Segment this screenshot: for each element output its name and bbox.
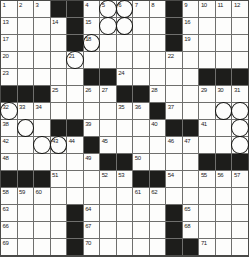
cell-r9c9[interactable] [133,137,149,153]
clue-number-19: 19 [184,36,190,42]
clue-number-21: 21 [69,53,75,59]
clue-number-26: 26 [85,87,91,93]
cell-r5c1[interactable]: 23 [1,69,17,85]
block-cell-r3c5 [67,35,83,51]
cell-r8c3[interactable] [34,120,50,136]
clue-number-5: 5 [102,2,105,8]
cell-r7c5[interactable] [67,103,83,119]
cell-r6c6[interactable]: 26 [84,86,100,102]
cell-r8c13[interactable]: 41 [199,120,215,136]
cell-r7c9[interactable]: 36 [133,103,149,119]
block-cell-r2c11 [166,18,182,34]
clue-number-24: 24 [118,70,124,76]
clue-number-39: 39 [85,121,91,127]
cell-r14c2[interactable] [18,222,34,238]
cell-r3c10[interactable] [150,35,166,51]
cell-r11c8[interactable]: 53 [117,171,133,187]
clue-number-20: 20 [3,53,9,59]
clue-number-6: 6 [118,2,121,8]
cell-r9c3[interactable] [34,137,50,153]
circle-marker [231,136,249,154]
cell-r3c6[interactable]: 18 [84,35,100,51]
cell-r12c15[interactable] [232,188,248,204]
cell-r4c11[interactable]: 22 [166,52,182,68]
cell-r1c9[interactable]: 7 [133,1,149,17]
cell-r7c12[interactable] [183,103,199,119]
block-cell-r6c3 [34,86,50,102]
block-cell-r13c11 [166,205,182,221]
clue-number-7: 7 [135,2,138,8]
clue-number-8: 8 [151,2,154,8]
cell-r14c13[interactable] [199,222,215,238]
block-cell-r15c5 [67,239,83,255]
cell-r3c14[interactable] [216,35,232,51]
cell-r1c8[interactable]: 6 [117,1,133,17]
cell-r14c9[interactable] [133,222,149,238]
clue-number-12: 12 [234,2,240,8]
block-cell-r15c12 [183,239,199,255]
cell-r13c7[interactable] [100,205,116,221]
cell-r15c9[interactable] [133,239,149,255]
block-cell-r1c4 [51,1,67,17]
cell-r4c12[interactable] [183,52,199,68]
cell-r14c6[interactable]: 67 [84,222,100,238]
clue-number-23: 23 [3,70,9,76]
cell-r15c8[interactable] [117,239,133,255]
cell-r6c4[interactable]: 25 [51,86,67,102]
cell-r8c14[interactable] [216,120,232,136]
cell-r11c13[interactable]: 55 [199,171,215,187]
cell-r2c8[interactable] [117,18,133,34]
cell-r9c1[interactable]: 42 [1,137,17,153]
clue-number-37: 37 [168,104,174,110]
circle-marker [116,17,134,35]
clue-number-17: 17 [3,36,9,42]
cell-r2c13[interactable] [199,18,215,34]
clue-number-25: 25 [52,87,58,93]
cell-r2c14[interactable] [216,18,232,34]
cell-r5c4[interactable] [51,69,67,85]
block-cell-r10c7 [100,154,116,170]
cell-r5c11[interactable] [166,69,182,85]
clue-number-68: 68 [184,223,190,229]
clue-number-41: 41 [201,121,207,127]
cell-r9c13[interactable] [199,137,215,153]
cell-r2c1[interactable]: 13 [1,18,17,34]
block-cell-r8c5 [67,120,83,136]
cell-r10c4[interactable] [51,154,67,170]
cell-r4c3[interactable] [34,52,50,68]
block-cell-r15c11 [166,239,182,255]
cell-r12c1[interactable]: 58 [1,188,17,204]
cell-r6c11[interactable] [166,86,182,102]
cell-r15c14[interactable] [216,239,232,255]
cell-r9c7[interactable]: 45 [100,137,116,153]
block-cell-r8c4 [51,120,67,136]
cell-r12c6[interactable] [84,188,100,204]
clue-number-57: 57 [234,172,240,178]
cell-r9c12[interactable]: 47 [183,137,199,153]
block-cell-r10c13 [199,154,215,170]
cell-r7c1[interactable]: 32 [1,103,17,119]
block-cell-r11c1 [1,171,17,187]
circle-marker [17,119,35,137]
cell-r12c11[interactable] [166,188,182,204]
cell-r6c10[interactable]: 28 [150,86,166,102]
cell-r11c14[interactable]: 56 [216,171,232,187]
cell-r15c2[interactable] [18,239,34,255]
clue-number-43: 43 [52,138,58,144]
cell-r9c15[interactable] [232,137,248,153]
cell-r4c5[interactable]: 21 [67,52,83,68]
cell-r14c14[interactable] [216,222,232,238]
block-cell-r8c12 [183,120,199,136]
cell-r11c15[interactable]: 57 [232,171,248,187]
cell-r2c4[interactable]: 14 [51,18,67,34]
cell-r13c13[interactable] [199,205,215,221]
cell-r2c3[interactable] [34,18,50,34]
cell-r4c15[interactable] [232,52,248,68]
block-cell-r5c15 [232,69,248,85]
block-cell-r10c8 [117,154,133,170]
cell-r9c8[interactable] [117,137,133,153]
cell-r6c14[interactable]: 30 [216,86,232,102]
block-cell-r7c10 [150,103,166,119]
cell-r7c13[interactable] [199,103,215,119]
clue-number-66: 66 [3,223,9,229]
clue-number-9: 9 [184,2,187,8]
block-cell-r11c9 [133,171,149,187]
cell-r1c12[interactable]: 9 [183,1,199,17]
cell-r2c15[interactable] [232,18,248,34]
block-cell-r11c10 [150,171,166,187]
clue-number-55: 55 [201,172,207,178]
block-cell-r5c13 [199,69,215,85]
cell-r15c10[interactable] [150,239,166,255]
cell-r5c9[interactable] [133,69,149,85]
cell-r2c12[interactable]: 16 [183,18,199,34]
circle-marker [33,136,51,154]
cell-r10c2[interactable] [18,154,34,170]
cell-r3c13[interactable] [199,35,215,51]
cell-r9c10[interactable] [150,137,166,153]
clue-number-64: 64 [85,206,91,212]
cell-r11c5[interactable] [67,171,83,187]
clue-number-44: 44 [69,138,75,144]
crossword-grid: 1234567891011121314151617181920212223242… [0,0,249,257]
block-cell-r11c2 [18,171,34,187]
clue-number-61: 61 [135,189,141,195]
block-cell-r13c5 [67,205,83,221]
block-cell-r3c11 [166,35,182,51]
clue-number-48: 48 [3,155,9,161]
block-cell-r9c6 [84,137,100,153]
cell-r10c3[interactable] [34,154,50,170]
cell-r3c2[interactable] [18,35,34,51]
clue-number-35: 35 [118,104,124,110]
cell-r11c12[interactable] [183,171,199,187]
cell-r2c2[interactable] [18,18,34,34]
cell-r14c12[interactable]: 68 [183,222,199,238]
cell-r4c10[interactable] [150,52,166,68]
block-cell-r11c3 [34,171,50,187]
block-cell-r1c5 [67,1,83,17]
cell-r10c11[interactable] [166,154,182,170]
clue-number-63: 63 [3,206,9,212]
clue-number-67: 67 [85,223,91,229]
cell-r1c7[interactable]: 5 [100,1,116,17]
cell-r12c8[interactable] [117,188,133,204]
cell-r5c8[interactable]: 24 [117,69,133,85]
clue-number-3: 3 [36,2,39,8]
cell-r14c3[interactable] [34,222,50,238]
block-cell-r2c5 [67,18,83,34]
cell-r13c14[interactable] [216,205,232,221]
cell-r12c10[interactable]: 62 [150,188,166,204]
cell-r1c1[interactable]: 1 [1,1,17,17]
block-cell-r14c11 [166,222,182,238]
cell-r1c13[interactable]: 10 [199,1,215,17]
cell-r2c7[interactable] [100,18,116,34]
cell-r4c14[interactable] [216,52,232,68]
cell-r3c4[interactable] [51,35,67,51]
clue-number-40: 40 [151,121,157,127]
cell-r7c14[interactable] [216,103,232,119]
cell-r3c3[interactable] [34,35,50,51]
cell-r13c10[interactable] [150,205,166,221]
block-cell-r8c11 [166,120,182,136]
clue-number-1: 1 [3,2,6,8]
clue-number-22: 22 [168,53,174,59]
cell-r12c13[interactable] [199,188,215,204]
cell-r15c7[interactable] [100,239,116,255]
clue-number-33: 33 [19,104,25,110]
cell-r15c13[interactable]: 71 [199,239,215,255]
block-cell-r10c15 [232,154,248,170]
clue-number-60: 60 [36,189,42,195]
cell-r7c4[interactable] [51,103,67,119]
block-cell-r14c5 [67,222,83,238]
clue-number-65: 65 [184,206,190,212]
clue-number-69: 69 [3,240,9,246]
cell-r10c12[interactable] [183,154,199,170]
cell-r3c7[interactable] [100,35,116,51]
cell-r13c9[interactable] [133,205,149,221]
cell-r9c5[interactable]: 44 [67,137,83,153]
cell-r11c6[interactable] [84,171,100,187]
block-cell-r6c2 [18,86,34,102]
cell-r3c1[interactable]: 17 [1,35,17,51]
cell-r4c8[interactable] [117,52,133,68]
block-cell-r10c14 [216,154,232,170]
cell-r14c8[interactable] [117,222,133,238]
cell-r9c11[interactable]: 46 [166,137,182,153]
cell-r2c10[interactable] [150,18,166,34]
block-cell-r1c11 [166,1,182,17]
cell-r10c10[interactable] [150,154,166,170]
cell-r4c2[interactable] [18,52,34,68]
clue-number-15: 15 [85,19,91,25]
cell-r8c1[interactable]: 38 [1,120,17,136]
cell-r5c12[interactable] [183,69,199,85]
circle-marker [231,119,249,137]
clue-number-16: 16 [184,19,190,25]
cell-r8c15[interactable] [232,120,248,136]
cell-r5c10[interactable] [150,69,166,85]
clue-number-38: 38 [3,121,9,127]
cell-r1c6[interactable]: 4 [84,1,100,17]
cell-r3c12[interactable]: 19 [183,35,199,51]
cell-r13c2[interactable] [18,205,34,221]
clue-number-56: 56 [217,172,223,178]
cell-r10c1[interactable]: 48 [1,154,17,170]
cell-r13c3[interactable] [34,205,50,221]
cell-r12c9[interactable]: 61 [133,188,149,204]
cell-r10c9[interactable]: 50 [133,154,149,170]
cell-r10c6[interactable]: 49 [84,154,100,170]
cell-r5c3[interactable] [34,69,50,85]
clue-number-28: 28 [151,87,157,93]
cell-r7c6[interactable] [84,103,100,119]
cell-r1c14[interactable]: 11 [216,1,232,17]
cell-r5c2[interactable] [18,69,34,85]
clue-number-70: 70 [85,240,91,246]
cell-r13c8[interactable] [117,205,133,221]
block-cell-r5c7 [100,69,116,85]
circle-marker [231,102,249,120]
cell-r9c14[interactable] [216,137,232,153]
cell-r4c6[interactable] [84,52,100,68]
cell-r7c8[interactable]: 35 [117,103,133,119]
cell-r14c15[interactable] [232,222,248,238]
cell-r12c2[interactable]: 59 [18,188,34,204]
cell-r1c10[interactable]: 8 [150,1,166,17]
cell-r8c8[interactable] [117,120,133,136]
cell-r3c9[interactable] [133,35,149,51]
clue-number-34: 34 [36,104,42,110]
cell-r7c2[interactable]: 33 [18,103,34,119]
cell-r4c7[interactable] [100,52,116,68]
cell-r15c6[interactable]: 70 [84,239,100,255]
clue-number-27: 27 [102,87,108,93]
clue-number-30: 30 [217,87,223,93]
cell-r14c7[interactable] [100,222,116,238]
block-cell-r5c14 [216,69,232,85]
cell-r6c12[interactable] [183,86,199,102]
clue-number-52: 52 [102,172,108,178]
clue-number-62: 62 [151,189,157,195]
cell-r11c4[interactable]: 51 [51,171,67,187]
clue-number-58: 58 [3,189,9,195]
cell-r14c1[interactable]: 66 [1,222,17,238]
clue-number-46: 46 [168,138,174,144]
cell-r12c4[interactable] [51,188,67,204]
clue-number-13: 13 [3,19,9,25]
crossword-puzzle: 1234567891011121314151617181920212223242… [0,0,249,257]
cell-r15c1[interactable]: 69 [1,239,17,255]
cell-r4c4[interactable] [51,52,67,68]
cell-r11c7[interactable]: 52 [100,171,116,187]
cell-r7c11[interactable]: 37 [166,103,182,119]
cell-r13c4[interactable] [51,205,67,221]
cell-r12c5[interactable] [67,188,83,204]
block-cell-r6c1 [1,86,17,102]
clue-number-53: 53 [118,172,124,178]
cell-r6c15[interactable]: 31 [232,86,248,102]
cell-r4c9[interactable] [133,52,149,68]
cell-r9c4[interactable]: 43 [51,137,67,153]
clue-number-31: 31 [234,87,240,93]
cell-r2c9[interactable] [133,18,149,34]
cell-r4c13[interactable] [199,52,215,68]
cell-r8c2[interactable] [18,120,34,136]
cell-r8c9[interactable] [133,120,149,136]
cell-r8c10[interactable]: 40 [150,120,166,136]
cell-r8c7[interactable] [100,120,116,136]
cell-r9c2[interactable] [18,137,34,153]
cell-r8c6[interactable]: 39 [84,120,100,136]
cell-r12c14[interactable] [216,188,232,204]
clue-number-51: 51 [52,172,58,178]
cell-r11c11[interactable]: 54 [166,171,182,187]
clue-number-32: 32 [3,104,9,110]
cell-r13c6[interactable]: 64 [84,205,100,221]
cell-r3c15[interactable] [232,35,248,51]
block-cell-r6c8 [117,86,133,102]
cell-r10c5[interactable] [67,154,83,170]
block-cell-r6c9 [133,86,149,102]
cell-r1c3[interactable]: 3 [34,1,50,17]
clue-number-4: 4 [85,2,88,8]
cell-r15c4[interactable] [51,239,67,255]
clue-number-45: 45 [102,138,108,144]
cell-r13c12[interactable]: 65 [183,205,199,221]
cell-r4c1[interactable]: 20 [1,52,17,68]
cell-r15c3[interactable] [34,239,50,255]
cell-r14c10[interactable] [150,222,166,238]
cell-r12c3[interactable]: 60 [34,188,50,204]
clue-number-50: 50 [135,155,141,161]
cell-r5c5[interactable] [67,69,83,85]
cell-r15c15[interactable] [232,239,248,255]
cell-r1c2[interactable]: 2 [18,1,34,17]
clue-number-14: 14 [52,19,58,25]
clue-number-29: 29 [201,87,207,93]
circle-marker [99,17,117,35]
cell-r13c15[interactable] [232,205,248,221]
cell-r6c5[interactable] [67,86,83,102]
cell-r12c7[interactable] [100,188,116,204]
cell-r13c1[interactable]: 63 [1,205,17,221]
cell-r7c15[interactable] [232,103,248,119]
clue-number-54: 54 [168,172,174,178]
clue-number-49: 49 [85,155,91,161]
cell-r1c15[interactable]: 12 [232,1,248,17]
cell-r6c7[interactable]: 27 [100,86,116,102]
clue-number-18: 18 [85,36,91,42]
cell-r3c8[interactable] [117,35,133,51]
cell-r6c13[interactable]: 29 [199,86,215,102]
cell-r14c4[interactable] [51,222,67,238]
cell-r12c12[interactable] [183,188,199,204]
clue-number-47: 47 [184,138,190,144]
clue-number-71: 71 [201,240,207,246]
clue-number-10: 10 [201,2,207,8]
cell-r7c3[interactable]: 34 [34,103,50,119]
cell-r7c7[interactable] [100,103,116,119]
cell-r2c6[interactable]: 15 [84,18,100,34]
clue-number-42: 42 [3,138,9,144]
